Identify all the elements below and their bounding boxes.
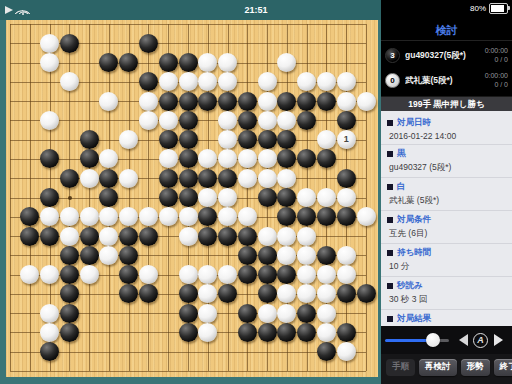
white-stone[interactable] bbox=[99, 207, 118, 226]
white-stone[interactable] bbox=[277, 169, 296, 188]
black-stone[interactable] bbox=[139, 72, 158, 91]
white-stone[interactable] bbox=[198, 284, 217, 303]
black-stone[interactable] bbox=[277, 188, 296, 207]
white-stone[interactable] bbox=[198, 53, 217, 72]
black-stone[interactable] bbox=[119, 265, 138, 284]
white-stone[interactable] bbox=[198, 72, 217, 91]
next-move-icon[interactable] bbox=[494, 334, 503, 346]
white-stone[interactable] bbox=[60, 72, 79, 91]
white-stone[interactable] bbox=[179, 207, 198, 226]
black-stone[interactable] bbox=[297, 92, 316, 111]
white-stone[interactable] bbox=[277, 53, 296, 72]
black-stone[interactable] bbox=[139, 34, 158, 53]
list-bullet-icon bbox=[387, 184, 393, 190]
info-label: 対局条件 bbox=[397, 214, 431, 226]
white-stone[interactable] bbox=[297, 284, 316, 303]
black-stone[interactable] bbox=[218, 92, 237, 111]
black-stone[interactable] bbox=[337, 111, 356, 130]
status-time: 21:51 bbox=[0, 0, 512, 20]
black-stone[interactable] bbox=[159, 130, 178, 149]
list-bullet-icon bbox=[387, 217, 393, 223]
black-stone[interactable] bbox=[277, 130, 296, 149]
white-stone[interactable] bbox=[277, 111, 296, 130]
black-stone[interactable] bbox=[179, 323, 198, 342]
black-stone[interactable] bbox=[277, 149, 296, 168]
previous-move-icon[interactable] bbox=[459, 334, 468, 346]
black-stone[interactable] bbox=[179, 92, 198, 111]
white-stone[interactable] bbox=[337, 188, 356, 207]
game-info-list: 対局日時2016-01-22 14:00黒gu490327 (5段*)白武礼葉 … bbox=[381, 111, 512, 326]
black-stone[interactable] bbox=[40, 188, 59, 207]
battery-icon bbox=[489, 3, 508, 14]
white-stone[interactable] bbox=[119, 169, 138, 188]
panel-button-形勢[interactable]: 形勢 bbox=[461, 359, 490, 376]
player-clock: 0:00:000 / 0 bbox=[485, 72, 508, 90]
black-stone[interactable] bbox=[119, 284, 138, 303]
black-stone[interactable] bbox=[198, 227, 217, 246]
black-stone[interactable] bbox=[238, 111, 257, 130]
white-stone[interactable] bbox=[80, 265, 99, 284]
white-stone[interactable] bbox=[218, 72, 237, 91]
black-stone[interactable] bbox=[297, 111, 316, 130]
black-stone[interactable] bbox=[277, 207, 296, 226]
black-stone[interactable] bbox=[258, 188, 277, 207]
white-stone[interactable] bbox=[277, 284, 296, 303]
black-stone[interactable] bbox=[99, 53, 118, 72]
black-stone[interactable] bbox=[60, 246, 79, 265]
black-stone[interactable] bbox=[337, 169, 356, 188]
grid-line-horizontal bbox=[10, 24, 366, 25]
white-stone[interactable] bbox=[297, 72, 316, 91]
white-stone[interactable] bbox=[179, 227, 198, 246]
black-stone[interactable] bbox=[60, 284, 79, 303]
black-stone[interactable] bbox=[40, 149, 59, 168]
black-stone[interactable] bbox=[179, 188, 198, 207]
player-row: 0武礼葉(5段*)0:00:000 / 0 bbox=[381, 68, 512, 93]
black-stone[interactable] bbox=[179, 284, 198, 303]
white-stone[interactable] bbox=[99, 149, 118, 168]
black-stone[interactable] bbox=[119, 227, 138, 246]
star-point bbox=[68, 196, 72, 200]
black-stone[interactable] bbox=[258, 130, 277, 149]
white-stone[interactable] bbox=[80, 207, 99, 226]
white-stone[interactable] bbox=[40, 111, 59, 130]
battery-percent: 80% bbox=[470, 4, 486, 13]
result-bar: 199手 黒中押し勝ち bbox=[381, 96, 512, 111]
black-stone[interactable] bbox=[80, 149, 99, 168]
white-stone[interactable] bbox=[277, 246, 296, 265]
black-stone[interactable] bbox=[179, 169, 198, 188]
black-stone[interactable] bbox=[60, 265, 79, 284]
white-stone[interactable] bbox=[258, 227, 277, 246]
white-stone[interactable] bbox=[139, 207, 158, 226]
playback-controls: A bbox=[381, 326, 512, 354]
black-stone[interactable] bbox=[80, 130, 99, 149]
black-stone[interactable] bbox=[317, 207, 336, 226]
auto-play-icon[interactable]: A bbox=[473, 333, 488, 348]
list-bullet-icon bbox=[387, 250, 393, 256]
black-stone[interactable] bbox=[40, 227, 59, 246]
black-stone[interactable] bbox=[60, 34, 79, 53]
black-stone[interactable] bbox=[277, 265, 296, 284]
white-stone[interactable] bbox=[297, 188, 316, 207]
white-stone[interactable] bbox=[297, 246, 316, 265]
white-stone[interactable] bbox=[159, 207, 178, 226]
player-row: 3gu490327(5段*)0:00:000 / 0 bbox=[381, 43, 512, 68]
white-stone[interactable] bbox=[258, 149, 277, 168]
white-stone[interactable] bbox=[139, 265, 158, 284]
grid-line-vertical bbox=[366, 24, 367, 371]
white-stone[interactable] bbox=[238, 207, 257, 226]
black-stone[interactable] bbox=[218, 227, 237, 246]
black-stone[interactable] bbox=[179, 149, 198, 168]
white-stone[interactable] bbox=[218, 188, 237, 207]
black-stone[interactable] bbox=[139, 284, 158, 303]
white-stone[interactable] bbox=[99, 246, 118, 265]
black-stone[interactable] bbox=[238, 227, 257, 246]
panel-buttons: 手順再検討形勢終了 bbox=[381, 354, 512, 384]
list-bullet-icon bbox=[387, 151, 393, 157]
white-stone[interactable] bbox=[317, 265, 336, 284]
white-stone[interactable] bbox=[238, 169, 257, 188]
black-stone[interactable] bbox=[258, 246, 277, 265]
white-stone[interactable] bbox=[198, 149, 217, 168]
black-stone[interactable] bbox=[60, 169, 79, 188]
white-stone[interactable] bbox=[218, 53, 237, 72]
white-stone[interactable] bbox=[258, 72, 277, 91]
black-stone[interactable] bbox=[258, 265, 277, 284]
black-stone[interactable] bbox=[238, 130, 257, 149]
info-value: 2016-01-22 14:00 bbox=[381, 130, 512, 144]
black-stone[interactable] bbox=[238, 246, 257, 265]
white-stone[interactable] bbox=[40, 304, 59, 323]
white-stone[interactable]: 1 bbox=[337, 130, 356, 149]
white-stone[interactable] bbox=[337, 246, 356, 265]
grid-line-horizontal bbox=[10, 371, 366, 372]
white-stone[interactable] bbox=[40, 265, 59, 284]
white-stone[interactable] bbox=[119, 130, 138, 149]
black-stone[interactable] bbox=[80, 227, 99, 246]
black-stone[interactable] bbox=[99, 169, 118, 188]
black-stone[interactable] bbox=[337, 284, 356, 303]
info-label: 黒 bbox=[397, 148, 406, 160]
grid-line-horizontal bbox=[10, 352, 366, 353]
black-stone[interactable] bbox=[218, 169, 237, 188]
black-stone-captures-icon: 3 bbox=[385, 48, 400, 63]
panel-button-手順: 手順 bbox=[386, 359, 415, 376]
list-bullet-icon bbox=[387, 283, 393, 289]
info-label-row: 黒 bbox=[381, 144, 512, 161]
black-stone[interactable] bbox=[357, 284, 376, 303]
white-stone[interactable] bbox=[20, 265, 39, 284]
black-stone[interactable] bbox=[258, 284, 277, 303]
white-stone[interactable] bbox=[218, 265, 237, 284]
wifi-icon bbox=[17, 6, 29, 15]
black-stone[interactable] bbox=[20, 227, 39, 246]
white-stone[interactable] bbox=[317, 188, 336, 207]
white-stone[interactable] bbox=[179, 265, 198, 284]
white-stone[interactable] bbox=[258, 111, 277, 130]
black-stone[interactable] bbox=[179, 53, 198, 72]
black-stone[interactable] bbox=[119, 53, 138, 72]
white-stone[interactable] bbox=[198, 265, 217, 284]
info-value: gu490327 (5段*) bbox=[381, 161, 512, 177]
white-stone[interactable] bbox=[159, 72, 178, 91]
black-stone[interactable] bbox=[179, 111, 198, 130]
white-stone[interactable] bbox=[258, 304, 277, 323]
info-value: 10 分 bbox=[381, 260, 512, 276]
white-stone-captures-icon: 0 bbox=[385, 73, 400, 88]
info-label-row: 秒読み bbox=[381, 276, 512, 293]
white-stone[interactable] bbox=[198, 304, 217, 323]
black-stone[interactable] bbox=[317, 342, 336, 361]
info-label: 対局日時 bbox=[397, 117, 431, 129]
list-bullet-icon bbox=[387, 120, 393, 126]
info-value: 30 秒 3 回 bbox=[381, 293, 512, 309]
black-stone[interactable] bbox=[317, 246, 336, 265]
white-stone[interactable] bbox=[337, 92, 356, 111]
info-label: 持ち時間 bbox=[397, 247, 431, 259]
white-stone[interactable] bbox=[297, 227, 316, 246]
white-stone[interactable] bbox=[238, 149, 257, 168]
info-label-row: 白 bbox=[381, 177, 512, 194]
panel-title: 検討 bbox=[381, 20, 512, 40]
white-stone[interactable] bbox=[99, 227, 118, 246]
white-stone[interactable] bbox=[277, 227, 296, 246]
white-stone[interactable] bbox=[317, 304, 336, 323]
info-label-row: 対局結果 bbox=[381, 309, 512, 326]
white-stone[interactable] bbox=[277, 304, 296, 323]
white-stone[interactable] bbox=[60, 207, 79, 226]
black-stone[interactable] bbox=[179, 304, 198, 323]
white-stone[interactable] bbox=[357, 207, 376, 226]
player-name: gu490327(5段*) bbox=[405, 50, 485, 62]
white-stone[interactable] bbox=[40, 34, 59, 53]
move-number-label: 1 bbox=[344, 135, 349, 144]
white-stone[interactable] bbox=[40, 207, 59, 226]
go-board[interactable]: 1 bbox=[6, 20, 378, 377]
white-stone[interactable] bbox=[258, 92, 277, 111]
black-stone[interactable] bbox=[198, 92, 217, 111]
white-stone[interactable] bbox=[317, 323, 336, 342]
info-value: 互先 (6目) bbox=[381, 227, 512, 243]
info-label: 白 bbox=[397, 181, 406, 193]
white-stone[interactable] bbox=[317, 130, 336, 149]
black-stone[interactable] bbox=[99, 188, 118, 207]
black-stone[interactable] bbox=[317, 149, 336, 168]
panel-button-再検討[interactable]: 再検討 bbox=[419, 359, 457, 376]
black-stone[interactable] bbox=[20, 207, 39, 226]
white-stone[interactable] bbox=[159, 149, 178, 168]
black-stone[interactable] bbox=[297, 323, 316, 342]
black-stone[interactable] bbox=[218, 284, 237, 303]
slider-knob[interactable] bbox=[426, 333, 440, 347]
white-stone[interactable] bbox=[179, 72, 198, 91]
black-stone[interactable] bbox=[297, 207, 316, 226]
panel-button-終了[interactable]: 終了 bbox=[494, 359, 512, 376]
info-value: 武礼葉 (5段*) bbox=[381, 194, 512, 210]
status-bar: 21:51 80% bbox=[0, 0, 512, 20]
black-stone[interactable] bbox=[179, 130, 198, 149]
black-stone[interactable] bbox=[297, 304, 316, 323]
white-stone[interactable] bbox=[60, 227, 79, 246]
black-stone[interactable] bbox=[238, 265, 257, 284]
black-stone[interactable] bbox=[60, 304, 79, 323]
black-stone[interactable] bbox=[159, 188, 178, 207]
player-clock: 0:00:000 / 0 bbox=[485, 47, 508, 65]
white-stone[interactable] bbox=[40, 323, 59, 342]
white-stone[interactable] bbox=[357, 92, 376, 111]
white-stone[interactable] bbox=[159, 111, 178, 130]
location-arrow-icon bbox=[5, 6, 13, 14]
white-stone[interactable] bbox=[80, 169, 99, 188]
white-stone[interactable] bbox=[337, 342, 356, 361]
info-label: 対局結果 bbox=[397, 313, 431, 325]
white-stone[interactable] bbox=[139, 111, 158, 130]
black-stone[interactable] bbox=[238, 304, 257, 323]
white-stone[interactable] bbox=[218, 111, 237, 130]
black-stone[interactable] bbox=[60, 323, 79, 342]
white-stone[interactable] bbox=[218, 130, 237, 149]
white-stone[interactable] bbox=[198, 188, 217, 207]
white-stone[interactable] bbox=[317, 284, 336, 303]
black-stone[interactable] bbox=[277, 92, 296, 111]
white-stone[interactable] bbox=[139, 92, 158, 111]
white-stone[interactable] bbox=[258, 169, 277, 188]
info-label-row: 対局日時 bbox=[381, 114, 512, 130]
black-stone[interactable] bbox=[40, 342, 59, 361]
white-stone[interactable] bbox=[317, 72, 336, 91]
black-stone[interactable] bbox=[238, 323, 257, 342]
black-stone[interactable] bbox=[139, 227, 158, 246]
info-label-row: 持ち時間 bbox=[381, 243, 512, 260]
black-stone[interactable] bbox=[297, 149, 316, 168]
move-slider[interactable] bbox=[385, 333, 449, 347]
white-stone[interactable] bbox=[337, 265, 356, 284]
black-stone[interactable] bbox=[337, 207, 356, 226]
white-stone[interactable] bbox=[40, 53, 59, 72]
black-stone[interactable] bbox=[80, 246, 99, 265]
review-panel: 検討 3gu490327(5段*)0:00:000 / 00武礼葉(5段*)0:… bbox=[381, 20, 512, 384]
white-stone[interactable] bbox=[297, 265, 316, 284]
black-stone[interactable] bbox=[198, 169, 217, 188]
black-stone[interactable] bbox=[159, 92, 178, 111]
black-stone[interactable] bbox=[277, 323, 296, 342]
white-stone[interactable] bbox=[198, 323, 217, 342]
white-stone[interactable] bbox=[218, 207, 237, 226]
list-bullet-icon bbox=[387, 316, 393, 322]
black-stone[interactable] bbox=[198, 207, 217, 226]
white-stone[interactable] bbox=[337, 72, 356, 91]
black-stone[interactable] bbox=[159, 169, 178, 188]
white-stone[interactable] bbox=[99, 92, 118, 111]
black-stone[interactable] bbox=[119, 246, 138, 265]
player-list: 3gu490327(5段*)0:00:000 / 00武礼葉(5段*)0:00:… bbox=[381, 40, 512, 96]
black-stone[interactable] bbox=[159, 53, 178, 72]
black-stone[interactable] bbox=[258, 323, 277, 342]
white-stone[interactable] bbox=[218, 149, 237, 168]
white-stone[interactable] bbox=[119, 207, 138, 226]
info-label: 秒読み bbox=[397, 280, 423, 292]
black-stone[interactable] bbox=[238, 92, 257, 111]
black-stone[interactable] bbox=[337, 323, 356, 342]
black-stone[interactable] bbox=[317, 92, 336, 111]
info-label-row: 対局条件 bbox=[381, 210, 512, 227]
player-name: 武礼葉(5段*) bbox=[405, 75, 485, 87]
